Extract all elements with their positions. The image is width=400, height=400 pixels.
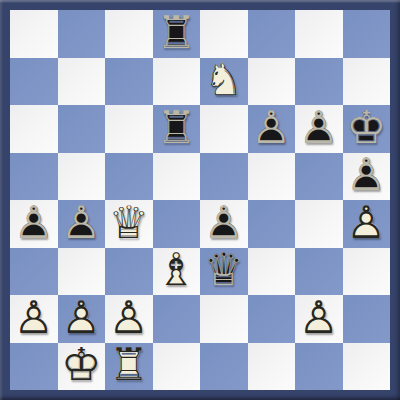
square-h6[interactable]: ♚♔ [343,105,391,153]
piece-glyph-outline: ♙ [58,295,106,340]
square-g6[interactable]: ♟♙ [295,105,343,153]
piece-glyph-fill: ♚ [58,342,106,387]
piece-glyph-outline: ♖ [153,10,201,55]
square-a7[interactable] [10,58,58,106]
piece-glyph-outline: ♙ [105,295,153,340]
piece-glyph-fill: ♟ [295,295,343,340]
piece-glyph-outline: ♙ [58,200,106,245]
square-f2[interactable] [248,295,296,343]
square-c5[interactable] [105,153,153,201]
square-d2[interactable] [153,295,201,343]
piece-glyph-fill: ♟ [105,295,153,340]
piece-glyph-fill: ♞ [200,57,248,102]
piece-glyph-outline: ♙ [248,105,296,150]
piece-glyph-outline: ♔ [343,105,391,150]
square-a5[interactable] [10,153,58,201]
piece-white-pawn[interactable]: ♟♙ [58,295,106,343]
square-f1[interactable] [248,343,296,391]
square-d6[interactable]: ♜♖ [153,105,201,153]
piece-white-rook[interactable]: ♜♖ [105,343,153,391]
piece-white-pawn[interactable]: ♟♙ [343,200,391,248]
piece-glyph-fill: ♛ [105,200,153,245]
square-b5[interactable] [58,153,106,201]
square-b6[interactable] [58,105,106,153]
square-e4[interactable]: ♟♙ [200,200,248,248]
square-h7[interactable] [343,58,391,106]
square-b2[interactable]: ♟♙ [58,295,106,343]
square-c3[interactable] [105,248,153,296]
piece-glyph-fill: ♟ [58,200,106,245]
piece-black-pawn[interactable]: ♟♙ [200,200,248,248]
chess-board: ♜♖♞♘♜♖♟♙♟♙♚♔♟♙♟♙♟♙♛♕♟♙♟♙♝♗♛♕♟♙♟♙♟♙♟♙♚♔♜♖ [10,10,390,390]
piece-glyph-outline: ♖ [153,105,201,150]
piece-glyph-outline: ♙ [295,295,343,340]
square-f3[interactable] [248,248,296,296]
piece-black-pawn[interactable]: ♟♙ [295,105,343,153]
square-b7[interactable] [58,58,106,106]
square-b1[interactable]: ♚♔ [58,343,106,391]
square-g3[interactable] [295,248,343,296]
square-c4[interactable]: ♛♕ [105,200,153,248]
piece-glyph-outline: ♖ [105,342,153,387]
square-g4[interactable] [295,200,343,248]
square-d7[interactable] [153,58,201,106]
piece-white-knight[interactable]: ♞♘ [200,58,248,106]
piece-black-rook[interactable]: ♜♖ [153,10,201,58]
square-h4[interactable]: ♟♙ [343,200,391,248]
square-g5[interactable] [295,153,343,201]
piece-white-king[interactable]: ♚♔ [58,343,106,391]
piece-glyph-outline: ♗ [153,247,201,292]
piece-glyph-fill: ♟ [295,105,343,150]
square-f7[interactable] [248,58,296,106]
square-a4[interactable]: ♟♙ [10,200,58,248]
square-g2[interactable]: ♟♙ [295,295,343,343]
square-c1[interactable]: ♜♖ [105,343,153,391]
piece-glyph-outline: ♕ [200,247,248,292]
square-e6[interactable] [200,105,248,153]
piece-black-king[interactable]: ♚♔ [343,105,391,153]
square-d1[interactable] [153,343,201,391]
piece-glyph-fill: ♟ [343,200,391,245]
square-f8[interactable] [248,10,296,58]
square-a3[interactable] [10,248,58,296]
square-a2[interactable]: ♟♙ [10,295,58,343]
piece-black-queen[interactable]: ♛♕ [200,248,248,296]
square-e2[interactable] [200,295,248,343]
square-f4[interactable] [248,200,296,248]
piece-glyph-fill: ♚ [343,105,391,150]
square-e7[interactable]: ♞♘ [200,58,248,106]
board-frame: ♜♖♞♘♜♖♟♙♟♙♚♔♟♙♟♙♟♙♛♕♟♙♟♙♝♗♛♕♟♙♟♙♟♙♟♙♚♔♜♖ [0,0,400,400]
square-e1[interactable] [200,343,248,391]
piece-white-bishop[interactable]: ♝♗ [153,248,201,296]
piece-white-pawn[interactable]: ♟♙ [10,295,58,343]
piece-black-pawn[interactable]: ♟♙ [248,105,296,153]
square-a1[interactable] [10,343,58,391]
piece-glyph-fill: ♟ [248,105,296,150]
piece-glyph-fill: ♟ [10,200,58,245]
square-b4[interactable]: ♟♙ [58,200,106,248]
piece-glyph-fill: ♜ [153,105,201,150]
square-c2[interactable]: ♟♙ [105,295,153,343]
square-a6[interactable] [10,105,58,153]
piece-glyph-fill: ♟ [200,200,248,245]
square-d5[interactable] [153,153,201,201]
piece-glyph-fill: ♝ [153,247,201,292]
piece-glyph-outline: ♙ [10,200,58,245]
square-b8[interactable] [58,10,106,58]
square-h2[interactable] [343,295,391,343]
square-b3[interactable] [58,248,106,296]
piece-glyph-outline: ♔ [58,342,106,387]
piece-glyph-outline: ♙ [295,105,343,150]
square-h8[interactable] [343,10,391,58]
piece-black-rook[interactable]: ♜♖ [153,105,201,153]
square-g1[interactable] [295,343,343,391]
piece-glyph-outline: ♙ [10,295,58,340]
square-f5[interactable] [248,153,296,201]
square-c7[interactable] [105,58,153,106]
piece-glyph-outline: ♘ [200,57,248,102]
piece-black-pawn[interactable]: ♟♙ [58,200,106,248]
piece-white-pawn[interactable]: ♟♙ [295,295,343,343]
piece-glyph-fill: ♜ [105,342,153,387]
piece-glyph-fill: ♜ [153,10,201,55]
piece-glyph-outline: ♙ [200,200,248,245]
square-e3[interactable]: ♛♕ [200,248,248,296]
square-h1[interactable] [343,343,391,391]
piece-glyph-fill: ♛ [200,247,248,292]
piece-glyph-fill: ♟ [58,295,106,340]
piece-glyph-outline: ♙ [343,152,391,197]
piece-white-pawn[interactable]: ♟♙ [105,295,153,343]
square-d4[interactable] [153,200,201,248]
square-e8[interactable] [200,10,248,58]
square-g7[interactable] [295,58,343,106]
piece-glyph-outline: ♙ [343,200,391,245]
square-h5[interactable]: ♟♙ [343,153,391,201]
square-a8[interactable] [10,10,58,58]
square-c6[interactable] [105,105,153,153]
square-d8[interactable]: ♜♖ [153,10,201,58]
piece-white-queen[interactable]: ♛♕ [105,200,153,248]
square-g8[interactable] [295,10,343,58]
piece-glyph-fill: ♟ [343,152,391,197]
piece-glyph-outline: ♕ [105,200,153,245]
square-e5[interactable] [200,153,248,201]
square-c8[interactable] [105,10,153,58]
square-h3[interactable] [343,248,391,296]
piece-black-pawn[interactable]: ♟♙ [343,153,391,201]
piece-glyph-fill: ♟ [10,295,58,340]
square-d3[interactable]: ♝♗ [153,248,201,296]
piece-black-pawn[interactable]: ♟♙ [10,200,58,248]
square-f6[interactable]: ♟♙ [248,105,296,153]
